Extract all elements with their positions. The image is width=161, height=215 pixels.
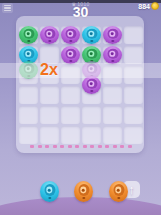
donut-pupil	[48, 188, 51, 192]
donut-mouth	[48, 197, 51, 199]
donut-eye	[113, 184, 124, 196]
donut-eye	[78, 184, 89, 196]
donut-pupil	[117, 188, 120, 192]
donut-pupil	[82, 188, 85, 192]
cyan-donut-piece[interactable]	[40, 181, 59, 202]
donut-eye	[44, 184, 55, 196]
donut-iris	[46, 187, 52, 194]
orange-donut-piece[interactable]	[74, 181, 93, 202]
piece-tray: ↑	[0, 0, 161, 215]
donut-mouth	[117, 197, 120, 199]
donut-iris	[115, 187, 121, 194]
donut-iris	[80, 187, 86, 194]
game-screen: ♛1010 884 30 2x ↑	[0, 0, 161, 215]
up-arrow-icon: ↑	[128, 182, 135, 197]
orange-donut-piece[interactable]	[109, 181, 128, 202]
donut-mouth	[82, 197, 85, 199]
